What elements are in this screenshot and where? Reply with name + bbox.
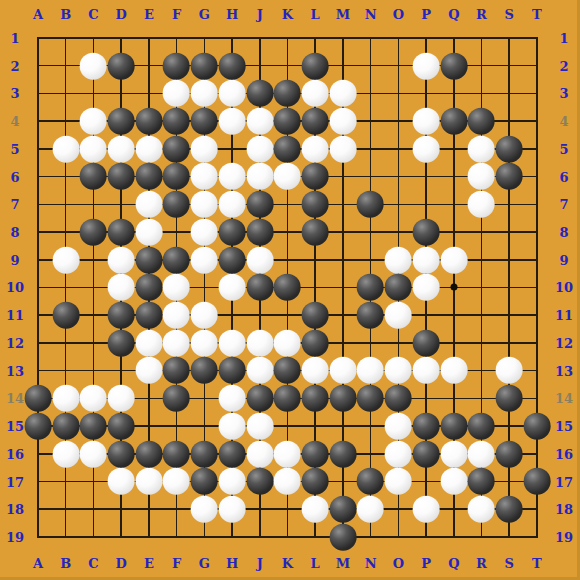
point-A15[interactable] xyxy=(24,412,52,440)
point-R15[interactable] xyxy=(468,412,496,440)
point-J11[interactable] xyxy=(246,301,274,329)
point-L7[interactable] xyxy=(301,190,329,218)
point-E4[interactable] xyxy=(135,107,163,135)
point-M7[interactable] xyxy=(329,190,357,218)
point-B14[interactable] xyxy=(52,385,80,413)
point-P10[interactable] xyxy=(412,274,440,302)
point-O6[interactable] xyxy=(385,163,413,191)
point-E15[interactable] xyxy=(135,412,163,440)
point-Q8[interactable] xyxy=(440,218,468,246)
point-C18[interactable] xyxy=(80,495,108,523)
point-H10[interactable] xyxy=(218,274,246,302)
point-Q2[interactable] xyxy=(440,52,468,80)
point-M11[interactable] xyxy=(329,301,357,329)
point-D8[interactable] xyxy=(107,218,135,246)
point-L1[interactable] xyxy=(301,24,329,52)
point-G10[interactable] xyxy=(190,274,218,302)
point-E3[interactable] xyxy=(135,80,163,108)
point-K10[interactable] xyxy=(274,274,302,302)
point-Q17[interactable] xyxy=(440,468,468,496)
point-S5[interactable] xyxy=(495,135,523,163)
point-R10[interactable] xyxy=(468,274,496,302)
point-H4[interactable] xyxy=(218,107,246,135)
point-A1[interactable] xyxy=(24,24,52,52)
point-R3[interactable] xyxy=(468,80,496,108)
point-D3[interactable] xyxy=(107,80,135,108)
point-N18[interactable] xyxy=(357,495,385,523)
point-L5[interactable] xyxy=(301,135,329,163)
point-M5[interactable] xyxy=(329,135,357,163)
point-F17[interactable] xyxy=(163,468,191,496)
point-R11[interactable] xyxy=(468,301,496,329)
point-O14[interactable] xyxy=(385,385,413,413)
point-J16[interactable] xyxy=(246,440,274,468)
point-R19[interactable] xyxy=(468,523,496,551)
point-K3[interactable] xyxy=(274,80,302,108)
point-M15[interactable] xyxy=(329,412,357,440)
point-Q1[interactable] xyxy=(440,24,468,52)
point-K12[interactable] xyxy=(274,329,302,357)
point-G2[interactable] xyxy=(190,52,218,80)
point-O13[interactable] xyxy=(385,357,413,385)
point-S17[interactable] xyxy=(495,468,523,496)
point-D5[interactable] xyxy=(107,135,135,163)
point-K14[interactable] xyxy=(274,385,302,413)
point-K5[interactable] xyxy=(274,135,302,163)
point-C2[interactable] xyxy=(80,52,108,80)
point-B10[interactable] xyxy=(52,274,80,302)
point-E2[interactable] xyxy=(135,52,163,80)
point-N8[interactable] xyxy=(357,218,385,246)
point-A10[interactable] xyxy=(24,274,52,302)
point-D7[interactable] xyxy=(107,190,135,218)
point-G9[interactable] xyxy=(190,246,218,274)
point-E12[interactable] xyxy=(135,329,163,357)
point-H7[interactable] xyxy=(218,190,246,218)
point-H9[interactable] xyxy=(218,246,246,274)
point-Q9[interactable] xyxy=(440,246,468,274)
point-S9[interactable] xyxy=(495,246,523,274)
point-D6[interactable] xyxy=(107,163,135,191)
point-B12[interactable] xyxy=(52,329,80,357)
point-E9[interactable] xyxy=(135,246,163,274)
point-E8[interactable] xyxy=(135,218,163,246)
point-T16[interactable] xyxy=(523,440,551,468)
point-F12[interactable] xyxy=(163,329,191,357)
point-A14[interactable] xyxy=(24,385,52,413)
point-L19[interactable] xyxy=(301,523,329,551)
point-B4[interactable] xyxy=(52,107,80,135)
point-D2[interactable] xyxy=(107,52,135,80)
point-L18[interactable] xyxy=(301,495,329,523)
point-N3[interactable] xyxy=(357,80,385,108)
point-R13[interactable] xyxy=(468,357,496,385)
point-A18[interactable] xyxy=(24,495,52,523)
point-T9[interactable] xyxy=(523,246,551,274)
point-Q18[interactable] xyxy=(440,495,468,523)
point-O10[interactable] xyxy=(385,274,413,302)
point-R14[interactable] xyxy=(468,385,496,413)
point-L12[interactable] xyxy=(301,329,329,357)
point-P7[interactable] xyxy=(412,190,440,218)
point-S7[interactable] xyxy=(495,190,523,218)
point-E18[interactable] xyxy=(135,495,163,523)
point-M8[interactable] xyxy=(329,218,357,246)
point-S19[interactable] xyxy=(495,523,523,551)
point-P18[interactable] xyxy=(412,495,440,523)
point-G15[interactable] xyxy=(190,412,218,440)
point-M16[interactable] xyxy=(329,440,357,468)
point-K9[interactable] xyxy=(274,246,302,274)
point-S18[interactable] xyxy=(495,495,523,523)
point-Q13[interactable] xyxy=(440,357,468,385)
point-O3[interactable] xyxy=(385,80,413,108)
point-N9[interactable] xyxy=(357,246,385,274)
point-O17[interactable] xyxy=(385,468,413,496)
point-A16[interactable] xyxy=(24,440,52,468)
point-J14[interactable] xyxy=(246,385,274,413)
point-C1[interactable] xyxy=(80,24,108,52)
point-L2[interactable] xyxy=(301,52,329,80)
point-R2[interactable] xyxy=(468,52,496,80)
point-G5[interactable] xyxy=(190,135,218,163)
point-L14[interactable] xyxy=(301,385,329,413)
point-N2[interactable] xyxy=(357,52,385,80)
point-L8[interactable] xyxy=(301,218,329,246)
point-E13[interactable] xyxy=(135,357,163,385)
point-C16[interactable] xyxy=(80,440,108,468)
point-E16[interactable] xyxy=(135,440,163,468)
point-C3[interactable] xyxy=(80,80,108,108)
point-F11[interactable] xyxy=(163,301,191,329)
point-J4[interactable] xyxy=(246,107,274,135)
point-G3[interactable] xyxy=(190,80,218,108)
point-H1[interactable] xyxy=(218,24,246,52)
point-R16[interactable] xyxy=(468,440,496,468)
point-P3[interactable] xyxy=(412,80,440,108)
point-F10[interactable] xyxy=(163,274,191,302)
point-R1[interactable] xyxy=(468,24,496,52)
point-P1[interactable] xyxy=(412,24,440,52)
point-S2[interactable] xyxy=(495,52,523,80)
point-R7[interactable] xyxy=(468,190,496,218)
point-R17[interactable] xyxy=(468,468,496,496)
point-Q7[interactable] xyxy=(440,190,468,218)
point-C4[interactable] xyxy=(80,107,108,135)
point-J15[interactable] xyxy=(246,412,274,440)
point-E7[interactable] xyxy=(135,190,163,218)
point-T4[interactable] xyxy=(523,107,551,135)
point-B5[interactable] xyxy=(52,135,80,163)
point-P11[interactable] xyxy=(412,301,440,329)
point-B19[interactable] xyxy=(52,523,80,551)
point-K19[interactable] xyxy=(274,523,302,551)
point-A9[interactable] xyxy=(24,246,52,274)
point-T1[interactable] xyxy=(523,24,551,52)
point-O16[interactable] xyxy=(385,440,413,468)
point-H18[interactable] xyxy=(218,495,246,523)
point-B2[interactable] xyxy=(52,52,80,80)
point-M19[interactable] xyxy=(329,523,357,551)
point-C8[interactable] xyxy=(80,218,108,246)
point-G18[interactable] xyxy=(190,495,218,523)
point-N6[interactable] xyxy=(357,163,385,191)
point-T15[interactable] xyxy=(523,412,551,440)
point-O1[interactable] xyxy=(385,24,413,52)
point-C12[interactable] xyxy=(80,329,108,357)
point-P6[interactable] xyxy=(412,163,440,191)
point-M10[interactable] xyxy=(329,274,357,302)
point-D11[interactable] xyxy=(107,301,135,329)
point-T18[interactable] xyxy=(523,495,551,523)
point-A11[interactable] xyxy=(24,301,52,329)
point-B3[interactable] xyxy=(52,80,80,108)
point-M6[interactable] xyxy=(329,163,357,191)
point-E14[interactable] xyxy=(135,385,163,413)
point-Q14[interactable] xyxy=(440,385,468,413)
point-A19[interactable] xyxy=(24,523,52,551)
point-B6[interactable] xyxy=(52,163,80,191)
point-G14[interactable] xyxy=(190,385,218,413)
point-A7[interactable] xyxy=(24,190,52,218)
point-L4[interactable] xyxy=(301,107,329,135)
point-K6[interactable] xyxy=(274,163,302,191)
point-S16[interactable] xyxy=(495,440,523,468)
point-O15[interactable] xyxy=(385,412,413,440)
point-O5[interactable] xyxy=(385,135,413,163)
point-B15[interactable] xyxy=(52,412,80,440)
point-Q16[interactable] xyxy=(440,440,468,468)
point-M3[interactable] xyxy=(329,80,357,108)
point-G6[interactable] xyxy=(190,163,218,191)
point-F19[interactable] xyxy=(163,523,191,551)
point-O19[interactable] xyxy=(385,523,413,551)
point-T6[interactable] xyxy=(523,163,551,191)
point-K2[interactable] xyxy=(274,52,302,80)
point-M14[interactable] xyxy=(329,385,357,413)
point-B9[interactable] xyxy=(52,246,80,274)
point-P5[interactable] xyxy=(412,135,440,163)
point-F16[interactable] xyxy=(163,440,191,468)
point-C6[interactable] xyxy=(80,163,108,191)
point-Q10[interactable] xyxy=(440,274,468,302)
point-S6[interactable] xyxy=(495,163,523,191)
point-B1[interactable] xyxy=(52,24,80,52)
point-T12[interactable] xyxy=(523,329,551,357)
point-M4[interactable] xyxy=(329,107,357,135)
point-A8[interactable] xyxy=(24,218,52,246)
point-T11[interactable] xyxy=(523,301,551,329)
point-O7[interactable] xyxy=(385,190,413,218)
point-T3[interactable] xyxy=(523,80,551,108)
point-H15[interactable] xyxy=(218,412,246,440)
point-C9[interactable] xyxy=(80,246,108,274)
point-G4[interactable] xyxy=(190,107,218,135)
point-M1[interactable] xyxy=(329,24,357,52)
point-G7[interactable] xyxy=(190,190,218,218)
point-G8[interactable] xyxy=(190,218,218,246)
point-B18[interactable] xyxy=(52,495,80,523)
point-G17[interactable] xyxy=(190,468,218,496)
point-T8[interactable] xyxy=(523,218,551,246)
point-J5[interactable] xyxy=(246,135,274,163)
point-P15[interactable] xyxy=(412,412,440,440)
point-D16[interactable] xyxy=(107,440,135,468)
point-J12[interactable] xyxy=(246,329,274,357)
point-N19[interactable] xyxy=(357,523,385,551)
point-F14[interactable] xyxy=(163,385,191,413)
point-R18[interactable] xyxy=(468,495,496,523)
point-F13[interactable] xyxy=(163,357,191,385)
point-M13[interactable] xyxy=(329,357,357,385)
point-H6[interactable] xyxy=(218,163,246,191)
point-R12[interactable] xyxy=(468,329,496,357)
point-E10[interactable] xyxy=(135,274,163,302)
point-H16[interactable] xyxy=(218,440,246,468)
point-D1[interactable] xyxy=(107,24,135,52)
point-C14[interactable] xyxy=(80,385,108,413)
point-C13[interactable] xyxy=(80,357,108,385)
point-J13[interactable] xyxy=(246,357,274,385)
point-Q4[interactable] xyxy=(440,107,468,135)
point-Q15[interactable] xyxy=(440,412,468,440)
point-B16[interactable] xyxy=(52,440,80,468)
point-P4[interactable] xyxy=(412,107,440,135)
point-O9[interactable] xyxy=(385,246,413,274)
point-G11[interactable] xyxy=(190,301,218,329)
point-N4[interactable] xyxy=(357,107,385,135)
point-O18[interactable] xyxy=(385,495,413,523)
point-K18[interactable] xyxy=(274,495,302,523)
point-L6[interactable] xyxy=(301,163,329,191)
point-K7[interactable] xyxy=(274,190,302,218)
point-H14[interactable] xyxy=(218,385,246,413)
point-B11[interactable] xyxy=(52,301,80,329)
point-N14[interactable] xyxy=(357,385,385,413)
point-C17[interactable] xyxy=(80,468,108,496)
point-A5[interactable] xyxy=(24,135,52,163)
point-S10[interactable] xyxy=(495,274,523,302)
point-D19[interactable] xyxy=(107,523,135,551)
point-M2[interactable] xyxy=(329,52,357,80)
point-F9[interactable] xyxy=(163,246,191,274)
point-R4[interactable] xyxy=(468,107,496,135)
point-B13[interactable] xyxy=(52,357,80,385)
point-S13[interactable] xyxy=(495,357,523,385)
point-D15[interactable] xyxy=(107,412,135,440)
point-G12[interactable] xyxy=(190,329,218,357)
point-F18[interactable] xyxy=(163,495,191,523)
point-N13[interactable] xyxy=(357,357,385,385)
point-M18[interactable] xyxy=(329,495,357,523)
point-T17[interactable] xyxy=(523,468,551,496)
point-S11[interactable] xyxy=(495,301,523,329)
point-O11[interactable] xyxy=(385,301,413,329)
point-J10[interactable] xyxy=(246,274,274,302)
point-H3[interactable] xyxy=(218,80,246,108)
point-S1[interactable] xyxy=(495,24,523,52)
point-N5[interactable] xyxy=(357,135,385,163)
point-H11[interactable] xyxy=(218,301,246,329)
point-O4[interactable] xyxy=(385,107,413,135)
point-D10[interactable] xyxy=(107,274,135,302)
point-M9[interactable] xyxy=(329,246,357,274)
point-E1[interactable] xyxy=(135,24,163,52)
point-S4[interactable] xyxy=(495,107,523,135)
point-J19[interactable] xyxy=(246,523,274,551)
point-F7[interactable] xyxy=(163,190,191,218)
point-C7[interactable] xyxy=(80,190,108,218)
point-O12[interactable] xyxy=(385,329,413,357)
point-G1[interactable] xyxy=(190,24,218,52)
point-K11[interactable] xyxy=(274,301,302,329)
point-T5[interactable] xyxy=(523,135,551,163)
point-N7[interactable] xyxy=(357,190,385,218)
point-J1[interactable] xyxy=(246,24,274,52)
point-J18[interactable] xyxy=(246,495,274,523)
point-P19[interactable] xyxy=(412,523,440,551)
point-F3[interactable] xyxy=(163,80,191,108)
point-K16[interactable] xyxy=(274,440,302,468)
point-P17[interactable] xyxy=(412,468,440,496)
point-N10[interactable] xyxy=(357,274,385,302)
point-L17[interactable] xyxy=(301,468,329,496)
point-H8[interactable] xyxy=(218,218,246,246)
point-A12[interactable] xyxy=(24,329,52,357)
point-Q3[interactable] xyxy=(440,80,468,108)
point-J7[interactable] xyxy=(246,190,274,218)
point-H17[interactable] xyxy=(218,468,246,496)
point-P12[interactable] xyxy=(412,329,440,357)
point-P8[interactable] xyxy=(412,218,440,246)
point-D12[interactable] xyxy=(107,329,135,357)
point-D17[interactable] xyxy=(107,468,135,496)
point-F4[interactable] xyxy=(163,107,191,135)
point-G16[interactable] xyxy=(190,440,218,468)
point-P14[interactable] xyxy=(412,385,440,413)
point-H2[interactable] xyxy=(218,52,246,80)
point-L16[interactable] xyxy=(301,440,329,468)
point-J8[interactable] xyxy=(246,218,274,246)
point-C19[interactable] xyxy=(80,523,108,551)
point-J17[interactable] xyxy=(246,468,274,496)
point-C15[interactable] xyxy=(80,412,108,440)
point-K4[interactable] xyxy=(274,107,302,135)
point-N15[interactable] xyxy=(357,412,385,440)
point-S15[interactable] xyxy=(495,412,523,440)
point-F15[interactable] xyxy=(163,412,191,440)
point-D13[interactable] xyxy=(107,357,135,385)
point-Q6[interactable] xyxy=(440,163,468,191)
point-N17[interactable] xyxy=(357,468,385,496)
point-P2[interactable] xyxy=(412,52,440,80)
point-Q5[interactable] xyxy=(440,135,468,163)
point-A3[interactable] xyxy=(24,80,52,108)
point-S12[interactable] xyxy=(495,329,523,357)
point-K8[interactable] xyxy=(274,218,302,246)
point-R5[interactable] xyxy=(468,135,496,163)
point-B17[interactable] xyxy=(52,468,80,496)
point-T14[interactable] xyxy=(523,385,551,413)
point-E19[interactable] xyxy=(135,523,163,551)
point-B8[interactable] xyxy=(52,218,80,246)
point-T2[interactable] xyxy=(523,52,551,80)
point-N16[interactable] xyxy=(357,440,385,468)
point-J9[interactable] xyxy=(246,246,274,274)
point-D18[interactable] xyxy=(107,495,135,523)
point-H13[interactable] xyxy=(218,357,246,385)
point-K17[interactable] xyxy=(274,468,302,496)
